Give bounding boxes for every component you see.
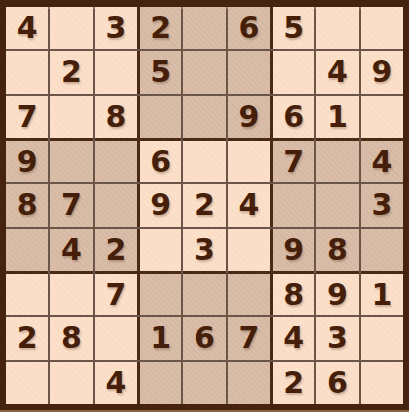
cell-r6c2[interactable]: 4 xyxy=(50,229,92,271)
cell-r5c3[interactable] xyxy=(95,184,137,226)
given-digit: 8 xyxy=(327,235,348,265)
cell-r9c4[interactable] xyxy=(137,362,181,404)
cell-r2c2[interactable]: 2 xyxy=(50,51,92,93)
cell-r1c2[interactable] xyxy=(50,7,92,49)
cell-r2c7[interactable] xyxy=(270,51,314,93)
cell-r6c7[interactable]: 9 xyxy=(270,229,314,271)
cell-r3c7[interactable]: 6 xyxy=(270,96,314,138)
cell-r8c6[interactable]: 7 xyxy=(228,317,270,359)
cell-r4c4[interactable]: 6 xyxy=(137,138,181,182)
cell-r4c3[interactable] xyxy=(95,138,137,182)
cell-r9c9[interactable] xyxy=(361,362,403,404)
given-digit: 8 xyxy=(283,280,304,310)
given-digit: 2 xyxy=(150,13,171,43)
given-digit: 5 xyxy=(150,57,171,87)
given-digit: 1 xyxy=(371,280,392,310)
cell-r5c7[interactable] xyxy=(270,184,314,226)
given-digit: 8 xyxy=(17,190,38,220)
cell-r5c9[interactable]: 3 xyxy=(361,184,403,226)
given-digit: 5 xyxy=(283,13,304,43)
given-digit: 2 xyxy=(61,57,82,87)
given-digit: 6 xyxy=(327,368,348,398)
cell-r3c2[interactable] xyxy=(50,96,92,138)
given-digit: 3 xyxy=(105,13,126,43)
given-digit: 9 xyxy=(327,280,348,310)
cell-r3c8[interactable]: 1 xyxy=(316,96,358,138)
given-digit: 4 xyxy=(238,190,259,220)
cell-r9c7[interactable]: 2 xyxy=(270,362,314,404)
given-digit: 7 xyxy=(17,102,38,132)
given-digit: 4 xyxy=(327,57,348,87)
cell-r7c9[interactable]: 1 xyxy=(361,271,403,315)
cell-r9c2[interactable] xyxy=(50,362,92,404)
cell-r6c5[interactable]: 3 xyxy=(183,229,225,271)
cell-r3c9[interactable] xyxy=(361,96,403,138)
cell-r1c6[interactable]: 6 xyxy=(228,7,270,49)
cell-r2c4[interactable]: 5 xyxy=(137,51,181,93)
cell-r8c3[interactable] xyxy=(95,317,137,359)
given-digit: 3 xyxy=(194,235,215,265)
cell-r3c6[interactable]: 9 xyxy=(228,96,270,138)
given-digit: 9 xyxy=(150,190,171,220)
given-digit: 3 xyxy=(327,323,348,353)
given-digit: 4 xyxy=(17,13,38,43)
cell-r7c8[interactable]: 9 xyxy=(316,271,358,315)
cell-r7c5[interactable] xyxy=(183,271,225,315)
cell-r7c3[interactable]: 7 xyxy=(95,271,137,315)
cell-r9c6[interactable] xyxy=(228,362,270,404)
given-digit: 4 xyxy=(105,368,126,398)
cell-r7c6[interactable] xyxy=(228,271,270,315)
cell-r2c5[interactable] xyxy=(183,51,225,93)
given-digit: 1 xyxy=(150,323,171,353)
cell-r4c7[interactable]: 7 xyxy=(270,138,314,182)
cell-r2c6[interactable] xyxy=(228,51,270,93)
cell-r2c9[interactable]: 9 xyxy=(361,51,403,93)
cell-r5c2[interactable]: 7 xyxy=(50,184,92,226)
given-digit: 9 xyxy=(17,147,38,177)
given-digit: 8 xyxy=(61,323,82,353)
cell-r6c4[interactable] xyxy=(137,229,181,271)
cell-r5c4[interactable]: 9 xyxy=(137,184,181,226)
given-digit: 2 xyxy=(283,368,304,398)
cell-r7c4[interactable] xyxy=(137,271,181,315)
cell-r9c5[interactable] xyxy=(183,362,225,404)
sudoku-frame: 4326525497896196748792434239878912816743… xyxy=(0,0,409,412)
cell-r5c6[interactable]: 4 xyxy=(228,184,270,226)
cell-r1c5[interactable] xyxy=(183,7,225,49)
cell-r8c8[interactable]: 3 xyxy=(316,317,358,359)
cell-r6c6[interactable] xyxy=(228,229,270,271)
given-digit: 6 xyxy=(194,323,215,353)
cell-r1c8[interactable] xyxy=(316,7,358,49)
given-digit: 2 xyxy=(194,190,215,220)
cell-r3c4[interactable] xyxy=(137,96,181,138)
given-digit: 6 xyxy=(238,13,259,43)
cell-r9c1[interactable] xyxy=(6,362,48,404)
cell-r8c1[interactable]: 2 xyxy=(6,317,48,359)
cell-r4c8[interactable] xyxy=(316,138,358,182)
cell-r1c9[interactable] xyxy=(361,7,403,49)
cell-r6c9[interactable] xyxy=(361,229,403,271)
cell-r8c4[interactable]: 1 xyxy=(137,317,181,359)
cell-r4c2[interactable] xyxy=(50,138,92,182)
cell-r3c1[interactable]: 7 xyxy=(6,96,48,138)
cell-r9c8[interactable]: 6 xyxy=(316,362,358,404)
given-digit: 8 xyxy=(105,102,126,132)
cell-r1c7[interactable]: 5 xyxy=(270,7,314,49)
cell-r9c3[interactable]: 4 xyxy=(95,362,137,404)
cell-r3c3[interactable]: 8 xyxy=(95,96,137,138)
given-digit: 2 xyxy=(105,235,126,265)
cell-r6c1[interactable] xyxy=(6,229,48,271)
given-digit: 9 xyxy=(371,57,392,87)
given-digit: 3 xyxy=(371,190,392,220)
cell-r3c5[interactable] xyxy=(183,96,225,138)
cell-r2c3[interactable] xyxy=(95,51,137,93)
sudoku-board: 4326525497896196748792434239878912816743… xyxy=(6,7,403,404)
given-digit: 7 xyxy=(283,147,304,177)
cell-r2c8[interactable]: 4 xyxy=(316,51,358,93)
given-digit: 1 xyxy=(327,102,348,132)
given-digit: 7 xyxy=(61,190,82,220)
cell-r1c4[interactable]: 2 xyxy=(137,7,181,49)
cell-r4c6[interactable] xyxy=(228,138,270,182)
cell-r6c3[interactable]: 2 xyxy=(95,229,137,271)
given-digit: 6 xyxy=(150,147,171,177)
cell-r8c7[interactable]: 4 xyxy=(270,317,314,359)
cell-r1c1[interactable]: 4 xyxy=(6,7,48,49)
given-digit: 7 xyxy=(105,280,126,310)
given-digit: 6 xyxy=(283,102,304,132)
cell-r8c2[interactable]: 8 xyxy=(50,317,92,359)
given-digit: 4 xyxy=(371,147,392,177)
cell-r8c5[interactable]: 6 xyxy=(183,317,225,359)
cell-r7c1[interactable] xyxy=(6,271,48,315)
cell-r4c1[interactable]: 9 xyxy=(6,138,48,182)
cell-r5c5[interactable]: 2 xyxy=(183,184,225,226)
cell-r2c1[interactable] xyxy=(6,51,48,93)
given-digit: 4 xyxy=(61,235,82,265)
given-digit: 2 xyxy=(17,323,38,353)
cell-r5c1[interactable]: 8 xyxy=(6,184,48,226)
given-digit: 9 xyxy=(238,102,259,132)
cell-r4c5[interactable] xyxy=(183,138,225,182)
cell-r1c3[interactable]: 3 xyxy=(95,7,137,49)
cell-r4c9[interactable]: 4 xyxy=(361,138,403,182)
cell-r8c9[interactable] xyxy=(361,317,403,359)
given-digit: 4 xyxy=(283,323,304,353)
cell-r7c2[interactable] xyxy=(50,271,92,315)
cell-r5c8[interactable] xyxy=(316,184,358,226)
given-digit: 9 xyxy=(283,235,304,265)
cell-r7c7[interactable]: 8 xyxy=(270,271,314,315)
cell-r6c8[interactable]: 8 xyxy=(316,229,358,271)
given-digit: 7 xyxy=(238,323,259,353)
